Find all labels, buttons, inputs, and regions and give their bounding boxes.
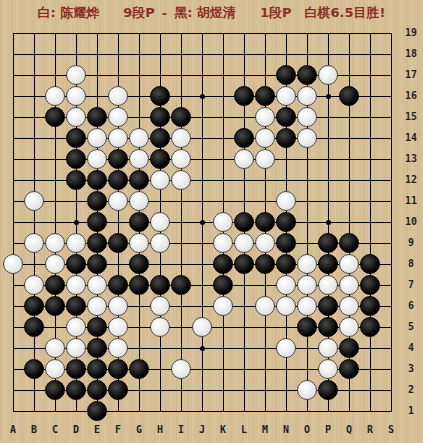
intersection[interactable]: [234, 149, 255, 170]
intersection[interactable]: [87, 65, 108, 86]
intersection[interactable]: [45, 44, 66, 65]
intersection[interactable]: [192, 86, 213, 107]
intersection[interactable]: [234, 233, 255, 254]
intersection[interactable]: [276, 65, 297, 86]
intersection[interactable]: [213, 233, 234, 254]
intersection[interactable]: [360, 296, 381, 317]
intersection[interactable]: [360, 170, 381, 191]
intersection[interactable]: [108, 44, 129, 65]
intersection[interactable]: [234, 191, 255, 212]
intersection[interactable]: [66, 254, 87, 275]
intersection[interactable]: [297, 44, 318, 65]
intersection[interactable]: [66, 191, 87, 212]
intersection[interactable]: [150, 86, 171, 107]
intersection[interactable]: [150, 275, 171, 296]
intersection[interactable]: [297, 233, 318, 254]
intersection[interactable]: [360, 44, 381, 65]
intersection[interactable]: [150, 128, 171, 149]
intersection[interactable]: [297, 317, 318, 338]
intersection[interactable]: [381, 65, 402, 86]
intersection[interactable]: [381, 233, 402, 254]
intersection[interactable]: [276, 170, 297, 191]
intersection[interactable]: [234, 128, 255, 149]
intersection[interactable]: [66, 338, 87, 359]
intersection[interactable]: [360, 233, 381, 254]
intersection[interactable]: [45, 23, 66, 44]
intersection[interactable]: [276, 317, 297, 338]
intersection[interactable]: [339, 128, 360, 149]
intersection[interactable]: [150, 254, 171, 275]
intersection[interactable]: [24, 191, 45, 212]
intersection[interactable]: [360, 107, 381, 128]
intersection[interactable]: [66, 359, 87, 380]
intersection[interactable]: [129, 86, 150, 107]
intersection[interactable]: [234, 296, 255, 317]
intersection[interactable]: [297, 107, 318, 128]
intersection[interactable]: [339, 107, 360, 128]
intersection[interactable]: [150, 149, 171, 170]
intersection[interactable]: [276, 254, 297, 275]
intersection[interactable]: [129, 128, 150, 149]
intersection[interactable]: [276, 380, 297, 401]
intersection[interactable]: [129, 44, 150, 65]
intersection[interactable]: [24, 107, 45, 128]
intersection[interactable]: [318, 191, 339, 212]
intersection[interactable]: [318, 338, 339, 359]
intersection[interactable]: [45, 149, 66, 170]
intersection[interactable]: [171, 149, 192, 170]
intersection[interactable]: [360, 338, 381, 359]
intersection[interactable]: [24, 170, 45, 191]
intersection[interactable]: [255, 254, 276, 275]
intersection[interactable]: [360, 23, 381, 44]
intersection[interactable]: [171, 254, 192, 275]
intersection[interactable]: [360, 65, 381, 86]
intersection[interactable]: [108, 170, 129, 191]
intersection[interactable]: [66, 401, 87, 422]
intersection[interactable]: [150, 107, 171, 128]
intersection[interactable]: [87, 23, 108, 44]
intersection[interactable]: [129, 65, 150, 86]
intersection[interactable]: [24, 359, 45, 380]
intersection[interactable]: [66, 128, 87, 149]
intersection[interactable]: [297, 170, 318, 191]
intersection[interactable]: [45, 128, 66, 149]
intersection[interactable]: [108, 380, 129, 401]
intersection[interactable]: [24, 254, 45, 275]
intersection[interactable]: [192, 170, 213, 191]
intersection[interactable]: [339, 44, 360, 65]
intersection[interactable]: [255, 44, 276, 65]
intersection[interactable]: [3, 275, 24, 296]
intersection[interactable]: [108, 254, 129, 275]
intersection[interactable]: [213, 65, 234, 86]
intersection[interactable]: [171, 65, 192, 86]
intersection[interactable]: [192, 107, 213, 128]
intersection[interactable]: [45, 191, 66, 212]
intersection[interactable]: [255, 359, 276, 380]
intersection[interactable]: [171, 128, 192, 149]
intersection[interactable]: [318, 107, 339, 128]
intersection[interactable]: [150, 191, 171, 212]
intersection[interactable]: [150, 65, 171, 86]
intersection[interactable]: [45, 65, 66, 86]
intersection[interactable]: [255, 338, 276, 359]
intersection[interactable]: [318, 401, 339, 422]
intersection[interactable]: [24, 275, 45, 296]
intersection[interactable]: [213, 338, 234, 359]
intersection[interactable]: [339, 149, 360, 170]
intersection[interactable]: [276, 107, 297, 128]
intersection[interactable]: [276, 212, 297, 233]
intersection[interactable]: [318, 212, 339, 233]
intersection[interactable]: [255, 233, 276, 254]
intersection[interactable]: [66, 233, 87, 254]
intersection[interactable]: [255, 170, 276, 191]
intersection[interactable]: [108, 296, 129, 317]
intersection[interactable]: [192, 338, 213, 359]
intersection[interactable]: [3, 107, 24, 128]
intersection[interactable]: [192, 191, 213, 212]
intersection[interactable]: [255, 212, 276, 233]
intersection[interactable]: [3, 149, 24, 170]
intersection[interactable]: [360, 317, 381, 338]
intersection[interactable]: [297, 254, 318, 275]
intersection[interactable]: [171, 170, 192, 191]
intersection[interactable]: [339, 212, 360, 233]
intersection[interactable]: [192, 65, 213, 86]
intersection[interactable]: [171, 296, 192, 317]
intersection[interactable]: [3, 359, 24, 380]
intersection[interactable]: [108, 275, 129, 296]
intersection[interactable]: [318, 254, 339, 275]
intersection[interactable]: [213, 401, 234, 422]
intersection[interactable]: [87, 380, 108, 401]
intersection[interactable]: [66, 275, 87, 296]
intersection[interactable]: [255, 128, 276, 149]
intersection[interactable]: [87, 212, 108, 233]
intersection[interactable]: [87, 170, 108, 191]
intersection[interactable]: [234, 170, 255, 191]
intersection[interactable]: [129, 107, 150, 128]
intersection[interactable]: [129, 317, 150, 338]
intersection[interactable]: [24, 380, 45, 401]
intersection[interactable]: [129, 338, 150, 359]
intersection[interactable]: [3, 128, 24, 149]
intersection[interactable]: [234, 380, 255, 401]
intersection[interactable]: [381, 149, 402, 170]
intersection[interactable]: [381, 128, 402, 149]
intersection[interactable]: [171, 380, 192, 401]
intersection[interactable]: [339, 401, 360, 422]
intersection[interactable]: [45, 380, 66, 401]
intersection[interactable]: [213, 149, 234, 170]
intersection[interactable]: [192, 44, 213, 65]
intersection[interactable]: [171, 86, 192, 107]
intersection[interactable]: [255, 275, 276, 296]
intersection[interactable]: [87, 317, 108, 338]
intersection[interactable]: [297, 275, 318, 296]
intersection[interactable]: [192, 233, 213, 254]
intersection[interactable]: [255, 65, 276, 86]
intersection[interactable]: [87, 254, 108, 275]
intersection[interactable]: [276, 128, 297, 149]
intersection[interactable]: [234, 65, 255, 86]
intersection[interactable]: [255, 86, 276, 107]
intersection[interactable]: [129, 212, 150, 233]
intersection[interactable]: [24, 128, 45, 149]
intersection[interactable]: [381, 359, 402, 380]
intersection[interactable]: [45, 107, 66, 128]
intersection[interactable]: [24, 296, 45, 317]
intersection[interactable]: [318, 317, 339, 338]
intersection[interactable]: [192, 212, 213, 233]
intersection[interactable]: [318, 296, 339, 317]
intersection[interactable]: [108, 338, 129, 359]
intersection[interactable]: [381, 275, 402, 296]
intersection[interactable]: [66, 317, 87, 338]
intersection[interactable]: [213, 296, 234, 317]
intersection[interactable]: [192, 254, 213, 275]
intersection[interactable]: [87, 233, 108, 254]
intersection[interactable]: [255, 317, 276, 338]
intersection[interactable]: [276, 233, 297, 254]
intersection[interactable]: [339, 233, 360, 254]
intersection[interactable]: [66, 44, 87, 65]
intersection[interactable]: [360, 128, 381, 149]
intersection[interactable]: [150, 380, 171, 401]
intersection[interactable]: [87, 338, 108, 359]
intersection[interactable]: [255, 23, 276, 44]
intersection[interactable]: [318, 44, 339, 65]
intersection[interactable]: [297, 296, 318, 317]
intersection[interactable]: [213, 254, 234, 275]
intersection[interactable]: [45, 359, 66, 380]
intersection[interactable]: [3, 191, 24, 212]
intersection[interactable]: [192, 359, 213, 380]
intersection[interactable]: [255, 380, 276, 401]
intersection[interactable]: [360, 275, 381, 296]
intersection[interactable]: [45, 338, 66, 359]
intersection[interactable]: [66, 212, 87, 233]
intersection[interactable]: [234, 107, 255, 128]
intersection[interactable]: [171, 338, 192, 359]
intersection[interactable]: [381, 254, 402, 275]
intersection[interactable]: [150, 317, 171, 338]
intersection[interactable]: [339, 275, 360, 296]
intersection[interactable]: [3, 401, 24, 422]
intersection[interactable]: [66, 170, 87, 191]
intersection[interactable]: [129, 23, 150, 44]
intersection[interactable]: [213, 107, 234, 128]
intersection[interactable]: [24, 338, 45, 359]
intersection[interactable]: [108, 317, 129, 338]
intersection[interactable]: [318, 170, 339, 191]
intersection[interactable]: [297, 212, 318, 233]
intersection[interactable]: [108, 233, 129, 254]
intersection[interactable]: [45, 254, 66, 275]
intersection[interactable]: [276, 338, 297, 359]
intersection[interactable]: [213, 359, 234, 380]
intersection[interactable]: [66, 65, 87, 86]
intersection[interactable]: [381, 380, 402, 401]
intersection[interactable]: [45, 317, 66, 338]
intersection[interactable]: [108, 191, 129, 212]
intersection[interactable]: [3, 317, 24, 338]
intersection[interactable]: [234, 23, 255, 44]
intersection[interactable]: [108, 212, 129, 233]
intersection[interactable]: [24, 317, 45, 338]
intersection[interactable]: [360, 191, 381, 212]
intersection[interactable]: [150, 44, 171, 65]
intersection[interactable]: [150, 212, 171, 233]
intersection[interactable]: [318, 359, 339, 380]
intersection[interactable]: [66, 149, 87, 170]
intersection[interactable]: [192, 23, 213, 44]
intersection[interactable]: [3, 23, 24, 44]
intersection[interactable]: [24, 65, 45, 86]
intersection[interactable]: [339, 254, 360, 275]
intersection[interactable]: [318, 380, 339, 401]
intersection[interactable]: [318, 149, 339, 170]
intersection[interactable]: [171, 212, 192, 233]
intersection[interactable]: [129, 380, 150, 401]
intersection[interactable]: [87, 275, 108, 296]
intersection[interactable]: [150, 359, 171, 380]
intersection[interactable]: [276, 296, 297, 317]
intersection[interactable]: [129, 191, 150, 212]
intersection[interactable]: [129, 296, 150, 317]
intersection[interactable]: [24, 233, 45, 254]
intersection[interactable]: [45, 275, 66, 296]
intersection[interactable]: [24, 149, 45, 170]
intersection[interactable]: [339, 317, 360, 338]
intersection[interactable]: [339, 191, 360, 212]
intersection[interactable]: [87, 191, 108, 212]
intersection[interactable]: [297, 128, 318, 149]
intersection[interactable]: [234, 275, 255, 296]
intersection[interactable]: [45, 401, 66, 422]
intersection[interactable]: [297, 65, 318, 86]
intersection[interactable]: [339, 380, 360, 401]
intersection[interactable]: [3, 65, 24, 86]
intersection[interactable]: [381, 44, 402, 65]
intersection[interactable]: [192, 149, 213, 170]
intersection[interactable]: [381, 170, 402, 191]
intersection[interactable]: [297, 149, 318, 170]
intersection[interactable]: [255, 149, 276, 170]
intersection[interactable]: [45, 170, 66, 191]
intersection[interactable]: [66, 380, 87, 401]
intersection[interactable]: [24, 401, 45, 422]
intersection[interactable]: [276, 149, 297, 170]
intersection[interactable]: [3, 380, 24, 401]
intersection[interactable]: [318, 233, 339, 254]
intersection[interactable]: [171, 359, 192, 380]
intersection[interactable]: [108, 86, 129, 107]
intersection[interactable]: [66, 296, 87, 317]
intersection[interactable]: [171, 401, 192, 422]
intersection[interactable]: [276, 359, 297, 380]
intersection[interactable]: [108, 401, 129, 422]
intersection[interactable]: [45, 296, 66, 317]
intersection[interactable]: [108, 107, 129, 128]
intersection[interactable]: [213, 23, 234, 44]
intersection[interactable]: [213, 212, 234, 233]
intersection[interactable]: [360, 212, 381, 233]
intersection[interactable]: [381, 86, 402, 107]
intersection[interactable]: [360, 86, 381, 107]
intersection[interactable]: [129, 254, 150, 275]
intersection[interactable]: [381, 23, 402, 44]
intersection[interactable]: [213, 380, 234, 401]
intersection[interactable]: [318, 65, 339, 86]
intersection[interactable]: [150, 338, 171, 359]
intersection[interactable]: [87, 149, 108, 170]
intersection[interactable]: [297, 23, 318, 44]
intersection[interactable]: [339, 170, 360, 191]
intersection[interactable]: [108, 23, 129, 44]
intersection[interactable]: [45, 233, 66, 254]
intersection[interactable]: [213, 275, 234, 296]
intersection[interactable]: [213, 44, 234, 65]
intersection[interactable]: [87, 86, 108, 107]
intersection[interactable]: [234, 44, 255, 65]
intersection[interactable]: [381, 107, 402, 128]
intersection[interactable]: [276, 86, 297, 107]
intersection[interactable]: [381, 212, 402, 233]
intersection[interactable]: [297, 359, 318, 380]
intersection[interactable]: [234, 359, 255, 380]
intersection[interactable]: [66, 107, 87, 128]
intersection[interactable]: [171, 23, 192, 44]
intersection[interactable]: [339, 338, 360, 359]
intersection[interactable]: [192, 128, 213, 149]
intersection[interactable]: [192, 317, 213, 338]
intersection[interactable]: [213, 191, 234, 212]
intersection[interactable]: [171, 275, 192, 296]
intersection[interactable]: [24, 44, 45, 65]
intersection[interactable]: [108, 65, 129, 86]
intersection[interactable]: [150, 170, 171, 191]
intersection[interactable]: [360, 359, 381, 380]
intersection[interactable]: [318, 86, 339, 107]
intersection[interactable]: [150, 23, 171, 44]
intersection[interactable]: [3, 170, 24, 191]
intersection[interactable]: [318, 128, 339, 149]
intersection[interactable]: [3, 296, 24, 317]
intersection[interactable]: [234, 317, 255, 338]
intersection[interactable]: [45, 212, 66, 233]
intersection[interactable]: [87, 296, 108, 317]
intersection[interactable]: [276, 401, 297, 422]
intersection[interactable]: [297, 338, 318, 359]
intersection[interactable]: [297, 191, 318, 212]
intersection[interactable]: [213, 86, 234, 107]
intersection[interactable]: [381, 191, 402, 212]
intersection[interactable]: [87, 44, 108, 65]
intersection[interactable]: [381, 338, 402, 359]
intersection[interactable]: [339, 65, 360, 86]
intersection[interactable]: [66, 86, 87, 107]
intersection[interactable]: [318, 275, 339, 296]
intersection[interactable]: [171, 107, 192, 128]
intersection[interactable]: [234, 401, 255, 422]
intersection[interactable]: [339, 23, 360, 44]
intersection[interactable]: [129, 359, 150, 380]
intersection[interactable]: [3, 212, 24, 233]
intersection[interactable]: [255, 401, 276, 422]
